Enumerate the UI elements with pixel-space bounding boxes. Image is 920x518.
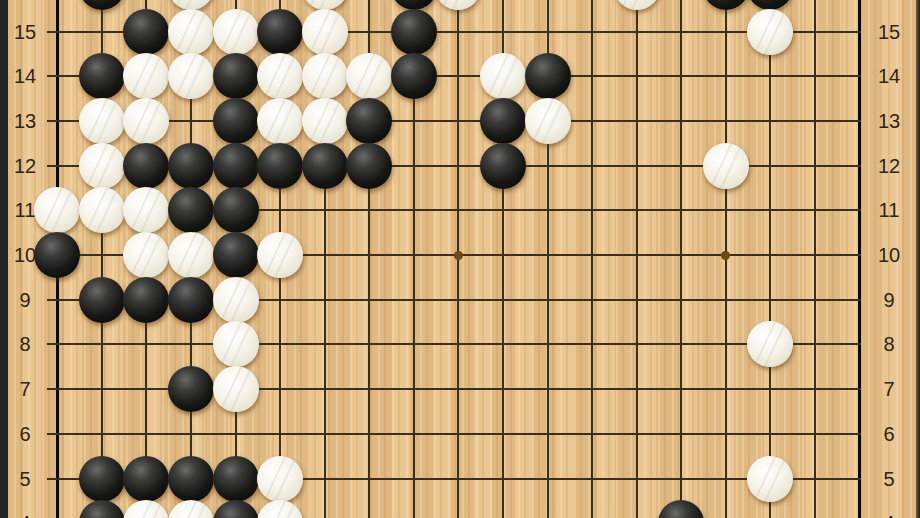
stone-white-D14[interactable] xyxy=(168,53,214,99)
stone-white-C13[interactable] xyxy=(123,98,169,144)
row-label-right-12: 12 xyxy=(868,155,910,177)
stone-black-P4[interactable] xyxy=(658,500,704,518)
stone-white-M13[interactable] xyxy=(525,98,571,144)
star-point-K10 xyxy=(454,251,463,260)
row-label-right-10: 10 xyxy=(868,244,910,266)
row-label-left-7: 7 xyxy=(6,378,44,400)
stone-white-L14[interactable] xyxy=(480,53,526,99)
stone-white-F13[interactable] xyxy=(257,98,303,144)
stone-black-L12[interactable] xyxy=(480,143,526,189)
stone-white-D4[interactable] xyxy=(168,500,214,518)
stone-black-M14[interactable] xyxy=(525,53,571,99)
stone-white-C4[interactable] xyxy=(123,500,169,518)
row-label-left-15: 15 xyxy=(6,21,44,43)
stone-black-H12[interactable] xyxy=(346,143,392,189)
stone-white-G13[interactable] xyxy=(302,98,348,144)
stone-white-H14[interactable] xyxy=(346,53,392,99)
stone-white-O16[interactable] xyxy=(614,0,660,10)
stone-black-F15[interactable] xyxy=(257,9,303,55)
stone-white-F14[interactable] xyxy=(257,53,303,99)
stone-black-D12[interactable] xyxy=(168,143,214,189)
row-label-right-5: 5 xyxy=(868,468,910,490)
stone-white-C11[interactable] xyxy=(123,187,169,233)
stone-black-B4[interactable] xyxy=(79,500,125,518)
grid-line-h-8 xyxy=(47,343,861,345)
left-window-border xyxy=(0,0,8,518)
stone-black-E12[interactable] xyxy=(213,143,259,189)
row-label-right-8: 8 xyxy=(868,333,910,355)
stone-white-F4[interactable] xyxy=(257,500,303,518)
grid-line-v-19 xyxy=(858,0,861,518)
row-label-left-10: 10 xyxy=(6,244,44,266)
row-label-right-15: 15 xyxy=(868,21,910,43)
stone-black-B16[interactable] xyxy=(79,0,125,10)
stone-black-C15[interactable] xyxy=(123,9,169,55)
stone-black-D7[interactable] xyxy=(168,366,214,412)
stone-black-E13[interactable] xyxy=(213,98,259,144)
go-board[interactable]: 151514141313121211111010998877665544 xyxy=(0,0,920,518)
stone-white-G14[interactable] xyxy=(302,53,348,99)
grid-line-h-13 xyxy=(47,120,861,122)
stone-black-F12[interactable] xyxy=(257,143,303,189)
stone-black-J14[interactable] xyxy=(391,53,437,99)
stone-black-E10[interactable] xyxy=(213,232,259,278)
grid-line-v-18 xyxy=(814,0,816,518)
stone-white-C10[interactable] xyxy=(123,232,169,278)
stone-white-K16[interactable] xyxy=(435,0,481,10)
row-label-left-12: 12 xyxy=(6,155,44,177)
stone-black-B14[interactable] xyxy=(79,53,125,99)
row-label-left-13: 13 xyxy=(6,110,44,132)
row-label-left-14: 14 xyxy=(6,65,44,87)
row-label-right-13: 13 xyxy=(868,110,910,132)
stone-white-D15[interactable] xyxy=(168,9,214,55)
stone-white-R15[interactable] xyxy=(747,9,793,55)
row-label-right-14: 14 xyxy=(868,65,910,87)
row-label-right-6: 6 xyxy=(868,423,910,445)
row-label-left-11: 11 xyxy=(6,199,44,221)
stone-black-H13[interactable] xyxy=(346,98,392,144)
stone-black-C9[interactable] xyxy=(123,277,169,323)
row-label-left-4: 4 xyxy=(6,512,44,518)
stone-white-E8[interactable] xyxy=(213,321,259,367)
stone-white-F5[interactable] xyxy=(257,456,303,502)
stone-white-R8[interactable] xyxy=(747,321,793,367)
row-label-left-9: 9 xyxy=(6,289,44,311)
go-app-screenshot: 151514141313121211111010998877665544 xyxy=(0,0,920,518)
row-label-right-4: 4 xyxy=(868,512,910,518)
grid-line-v-17 xyxy=(769,0,771,518)
stone-white-C14[interactable] xyxy=(123,53,169,99)
stone-black-E11[interactable] xyxy=(213,187,259,233)
stone-black-D9[interactable] xyxy=(168,277,214,323)
row-label-left-5: 5 xyxy=(6,468,44,490)
stone-black-B5[interactable] xyxy=(79,456,125,502)
row-label-left-6: 6 xyxy=(6,423,44,445)
stone-white-D10[interactable] xyxy=(168,232,214,278)
grid-line-v-15 xyxy=(680,0,682,518)
stone-white-Q12[interactable] xyxy=(703,143,749,189)
stone-white-B13[interactable] xyxy=(79,98,125,144)
row-label-right-7: 7 xyxy=(868,378,910,400)
grid-line-h-6 xyxy=(47,433,861,435)
stone-white-E9[interactable] xyxy=(213,277,259,323)
stone-black-E4[interactable] xyxy=(213,500,259,518)
stone-black-C5[interactable] xyxy=(123,456,169,502)
stone-black-G12[interactable] xyxy=(302,143,348,189)
stone-white-B12[interactable] xyxy=(79,143,125,189)
stone-black-C12[interactable] xyxy=(123,143,169,189)
stone-black-J15[interactable] xyxy=(391,9,437,55)
stone-black-E14[interactable] xyxy=(213,53,259,99)
stone-white-R5[interactable] xyxy=(747,456,793,502)
row-label-right-11: 11 xyxy=(868,199,910,221)
stone-white-G15[interactable] xyxy=(302,9,348,55)
stone-white-E15[interactable] xyxy=(213,9,259,55)
row-label-right-9: 9 xyxy=(868,289,910,311)
stone-black-D11[interactable] xyxy=(168,187,214,233)
stone-black-L13[interactable] xyxy=(480,98,526,144)
grid-line-v-14 xyxy=(636,0,638,518)
row-label-left-8: 8 xyxy=(6,333,44,355)
stone-white-F10[interactable] xyxy=(257,232,303,278)
right-window-border xyxy=(916,0,920,518)
stone-black-B9[interactable] xyxy=(79,277,125,323)
star-point-Q10 xyxy=(721,251,730,260)
grid-line-v-13 xyxy=(591,0,593,518)
stone-white-B11[interactable] xyxy=(79,187,125,233)
stone-black-D5[interactable] xyxy=(168,456,214,502)
stone-black-E5[interactable] xyxy=(213,456,259,502)
stone-white-E7[interactable] xyxy=(213,366,259,412)
stone-black-Q16[interactable] xyxy=(703,0,749,10)
